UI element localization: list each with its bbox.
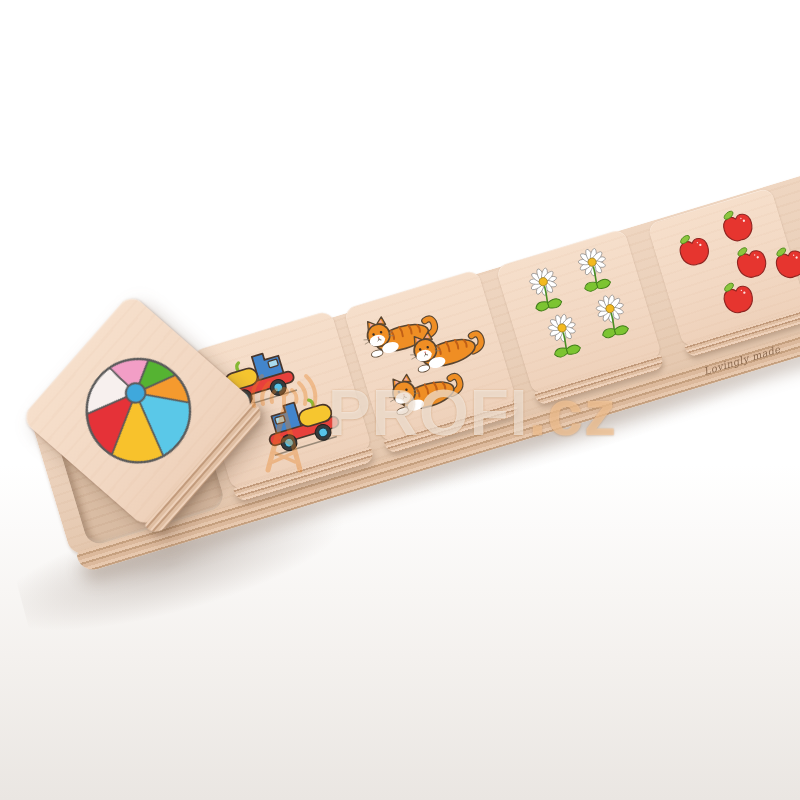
apple-motif [672,228,716,273]
tile-4-flowers[interactable] [495,228,662,395]
product-photo-scene: Lovingly made PROFI.cz [0,0,800,800]
flower-motif [538,308,591,366]
flower-motif [519,262,572,320]
tile-5-apples[interactable] [647,187,800,348]
tile-3-cats[interactable] [343,269,518,444]
apple-motif [729,240,773,285]
cat-motif [382,359,469,422]
slot-4-flowers [503,244,661,402]
flower-motif [568,242,621,300]
apple-motif [768,240,800,285]
flower-motif [586,289,639,347]
apple-motif [716,275,760,320]
slot-5-apples [655,202,800,354]
